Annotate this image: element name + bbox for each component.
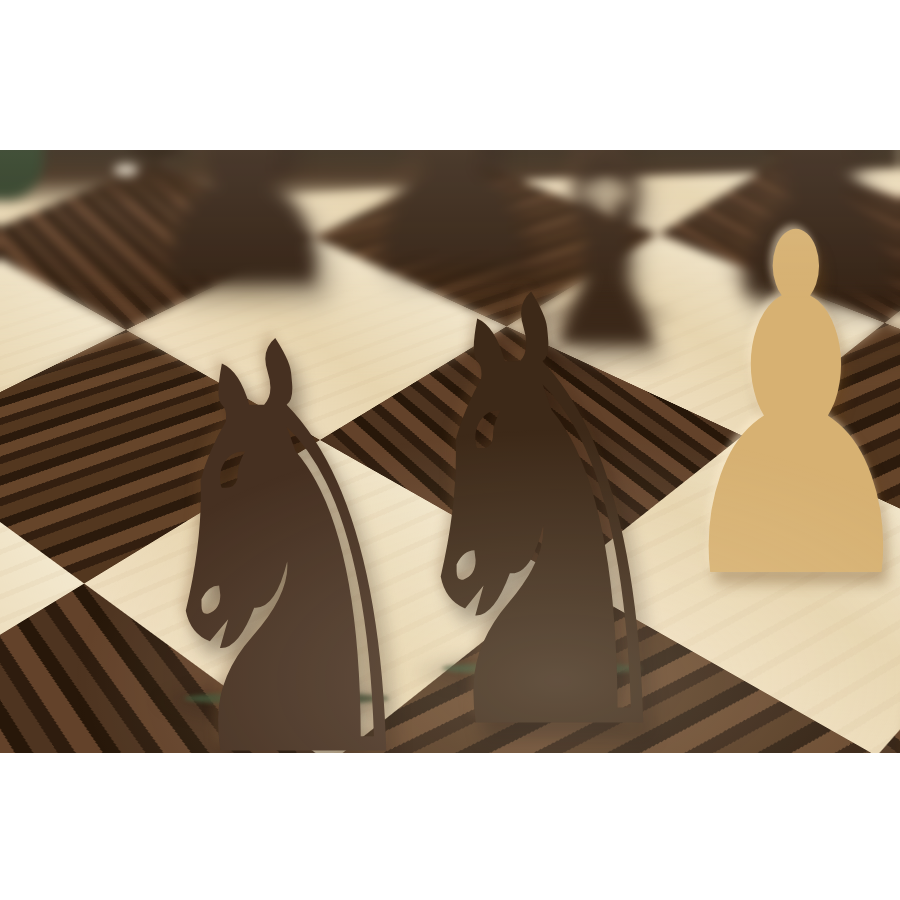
chessboard [0, 150, 900, 753]
letterbox-bottom [0, 753, 900, 900]
chess-photo: ♟♟♝♟♟♞♞♞ [0, 150, 900, 753]
frame-glint [114, 164, 138, 176]
letterbox-top [0, 0, 900, 150]
product-photo-canvas: ♟♟♝♟♟♞♞♞ [0, 0, 900, 900]
